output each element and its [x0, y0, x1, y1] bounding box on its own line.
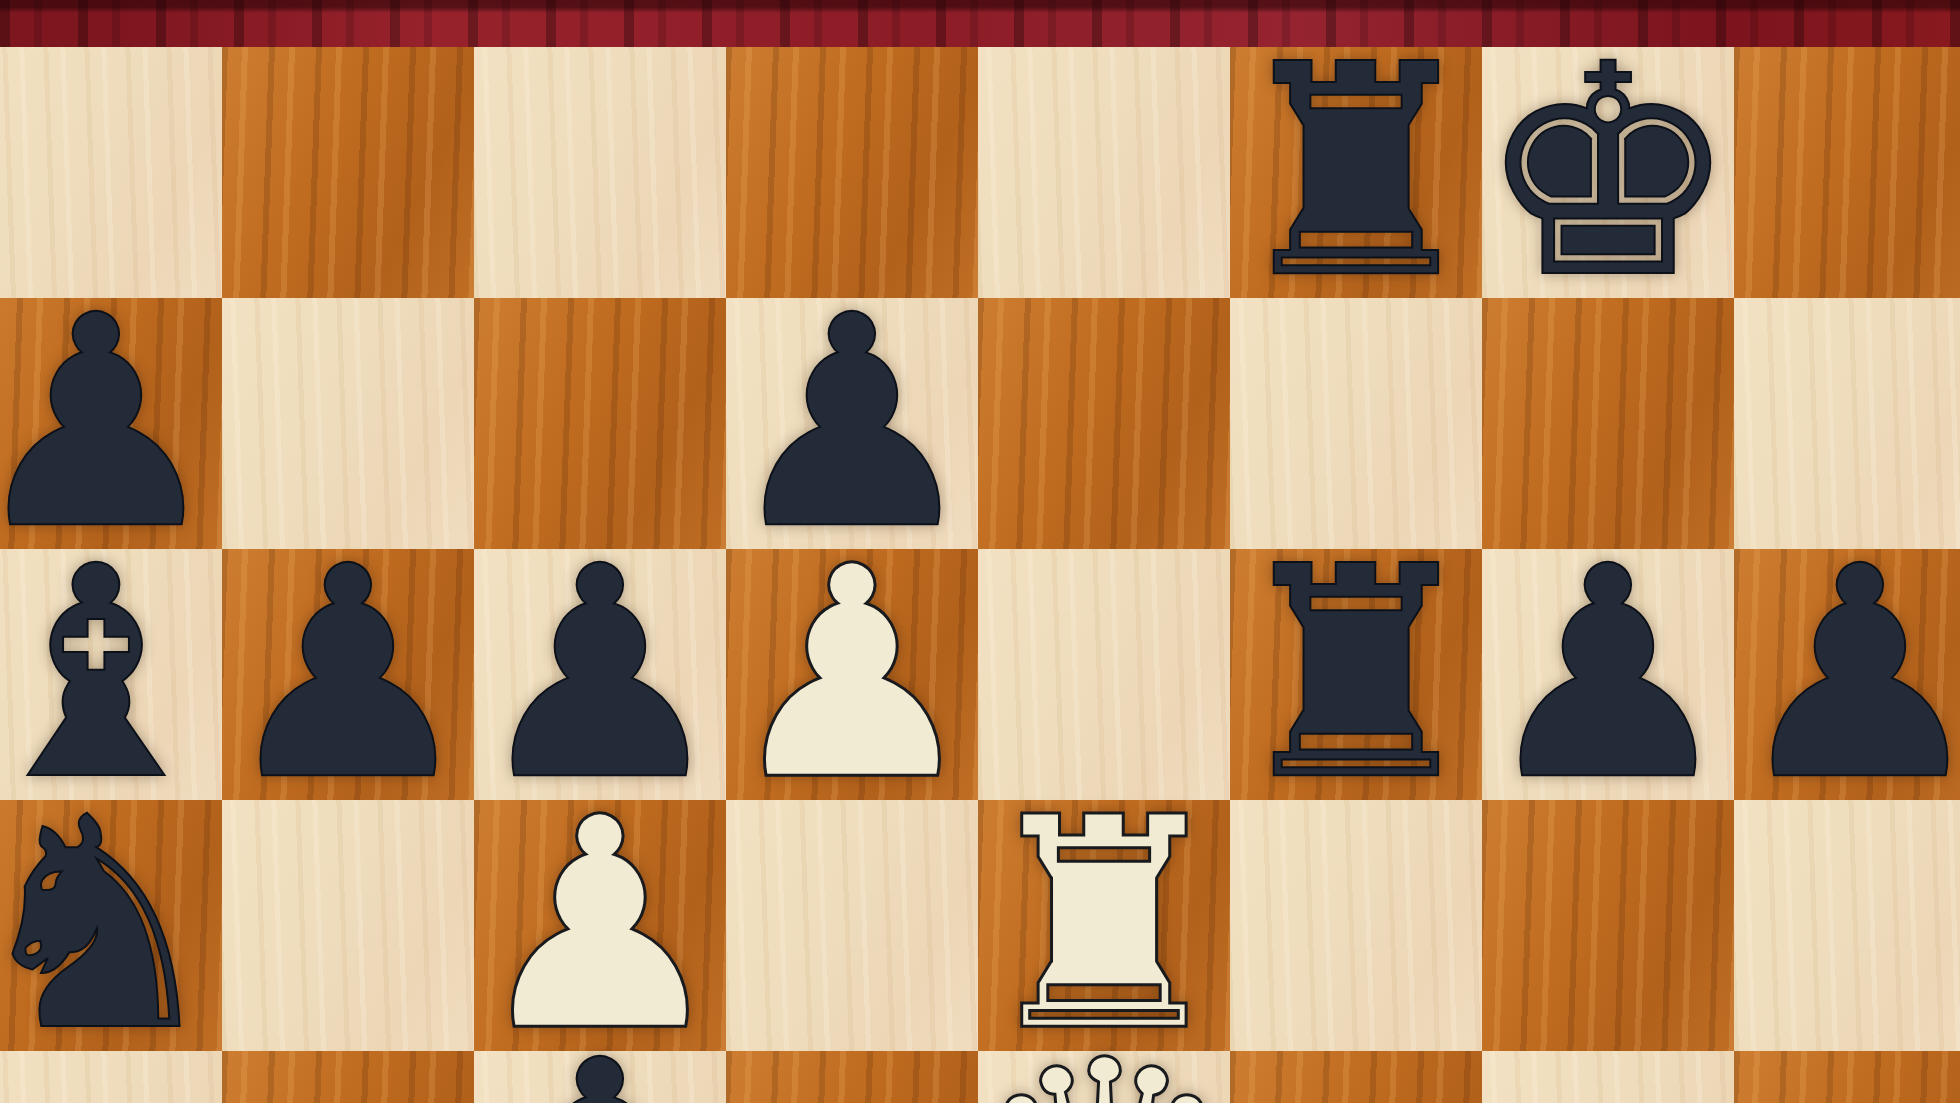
piece-black-pawn-g6[interactable]: ♟: [1482, 549, 1734, 800]
square-g6[interactable]: ♟: [1482, 549, 1734, 800]
piece-black-rook-f8[interactable]: ♜: [1230, 47, 1482, 298]
piece-white-pawn-d6[interactable]: ♟: [726, 549, 978, 800]
square-h5[interactable]: [1734, 800, 1960, 1051]
square-c8[interactable]: [474, 47, 726, 298]
piece-black-pawn-c4[interactable]: ♟: [474, 1043, 726, 1103]
square-h4[interactable]: [1734, 1051, 1960, 1103]
square-b6[interactable]: ♟: [222, 549, 474, 800]
piece-white-queen-e4[interactable]: ♛: [978, 1043, 1230, 1103]
piece-black-rook-f6[interactable]: ♜: [1230, 549, 1482, 800]
piece-black-pawn-h6[interactable]: ♟: [1734, 549, 1960, 800]
screenshot-viewport: ♜♚♟♟♝♟♟♟♜♟♟♞♟♜♟♛: [0, 0, 1960, 1103]
piece-black-knight-a5[interactable]: ♞: [0, 800, 222, 1051]
square-d6[interactable]: ♟: [726, 549, 978, 800]
square-g5[interactable]: [1482, 800, 1734, 1051]
square-f4[interactable]: [1230, 1051, 1482, 1103]
square-f5[interactable]: [1230, 800, 1482, 1051]
square-h8[interactable]: [1734, 47, 1960, 298]
square-d4[interactable]: [726, 1051, 978, 1103]
square-a4[interactable]: [0, 1051, 222, 1103]
square-d5[interactable]: [726, 800, 978, 1051]
chess-board: ♜♚♟♟♝♟♟♟♜♟♟♞♟♜♟♛: [0, 47, 1960, 1103]
square-e8[interactable]: [978, 47, 1230, 298]
square-h6[interactable]: ♟: [1734, 549, 1960, 800]
board-frame-top-edge: [0, 0, 1960, 47]
square-b4[interactable]: [222, 1051, 474, 1103]
piece-black-pawn-b6[interactable]: ♟: [222, 549, 474, 800]
square-f8[interactable]: ♜: [1230, 47, 1482, 298]
square-f6[interactable]: ♜: [1230, 549, 1482, 800]
square-e7[interactable]: [978, 298, 1230, 549]
square-b8[interactable]: [222, 47, 474, 298]
square-c4[interactable]: ♟: [474, 1051, 726, 1103]
square-e4[interactable]: ♛: [978, 1051, 1230, 1103]
square-g8[interactable]: ♚: [1482, 47, 1734, 298]
square-a5[interactable]: ♞: [0, 800, 222, 1051]
square-b5[interactable]: [222, 800, 474, 1051]
piece-black-king-g8[interactable]: ♚: [1482, 47, 1734, 298]
square-g4[interactable]: [1482, 1051, 1734, 1103]
